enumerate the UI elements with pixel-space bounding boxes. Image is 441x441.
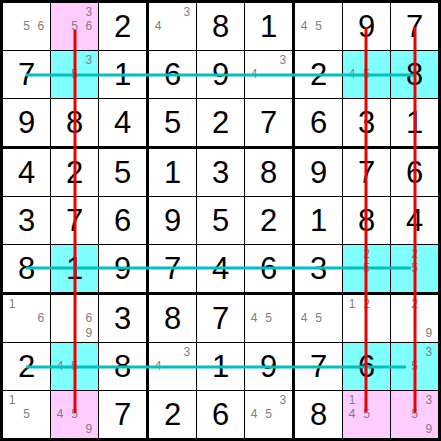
cell-r3c1[interactable]: 9 bbox=[3, 99, 50, 146]
cell-value: 5 bbox=[164, 107, 181, 138]
cell-r8c9[interactable]: 35 bbox=[391, 343, 438, 390]
cell-value: 3 bbox=[114, 303, 131, 334]
cell-r9c8[interactable]: 145 bbox=[343, 391, 390, 438]
candidate-digit: 6 bbox=[82, 311, 96, 325]
cell-value: 7 bbox=[66, 205, 83, 236]
candidate-digit bbox=[393, 247, 407, 261]
candidate-digit bbox=[53, 374, 67, 388]
cell-value: 8 bbox=[212, 11, 229, 42]
candidate-digit: 5 bbox=[407, 359, 421, 373]
cell-value: 3 bbox=[358, 107, 375, 138]
candidate-digit bbox=[82, 34, 96, 48]
cell-r1c4[interactable]: 34 bbox=[149, 3, 196, 50]
candidate-digit bbox=[345, 276, 359, 290]
candidate-digit bbox=[5, 19, 19, 33]
cell-r6c6[interactable]: 6 bbox=[245, 245, 292, 292]
candidate-grid: 25 bbox=[343, 245, 390, 292]
candidate-digit bbox=[359, 393, 373, 407]
cell-value: 1 bbox=[310, 205, 327, 236]
candidate-grid: 345 bbox=[245, 391, 292, 438]
candidate-digit bbox=[345, 261, 359, 275]
cell-r5c1[interactable]: 3 bbox=[3, 197, 50, 244]
cell-value: 2 bbox=[114, 11, 131, 42]
candidate-grid: 359 bbox=[391, 391, 438, 438]
candidate-digit bbox=[422, 297, 436, 311]
candidate-digit bbox=[5, 34, 19, 48]
cell-r9c7[interactable]: 8 bbox=[295, 391, 342, 438]
candidate-digit bbox=[34, 422, 48, 436]
candidate-digit: 4 bbox=[247, 311, 261, 325]
cell-r3c4[interactable]: 5 bbox=[149, 99, 196, 146]
candidate-digit bbox=[407, 276, 421, 290]
candidate-digit bbox=[345, 247, 359, 261]
candidate-digit: 5 bbox=[359, 407, 373, 421]
candidate-digit bbox=[276, 67, 290, 81]
cell-r1c7[interactable]: 45 bbox=[295, 3, 342, 50]
candidate-digit bbox=[82, 345, 96, 359]
candidate-digit bbox=[5, 311, 19, 325]
candidate-digit: 4 bbox=[53, 407, 67, 421]
cell-value: 5 bbox=[212, 205, 229, 236]
candidate-digit bbox=[165, 374, 179, 388]
candidate-digit bbox=[326, 311, 340, 325]
candidate-digit bbox=[180, 34, 194, 48]
cell-value: 8 bbox=[358, 205, 375, 236]
cell-value: 6 bbox=[310, 107, 327, 138]
candidate-digit bbox=[180, 359, 194, 373]
candidate-digit bbox=[393, 374, 407, 388]
cell-r1c6[interactable]: 1 bbox=[245, 3, 292, 50]
candidate-digit bbox=[67, 34, 81, 48]
candidate-digit bbox=[326, 326, 340, 340]
candidate-digit: 5 bbox=[261, 407, 275, 421]
cell-r6c9[interactable]: 25 bbox=[391, 245, 438, 292]
cell-value: 6 bbox=[212, 399, 229, 430]
cell-r1c9[interactable]: 7 bbox=[391, 3, 438, 50]
candidate-digit bbox=[359, 276, 373, 290]
candidate-digit bbox=[326, 34, 340, 48]
candidate-digit bbox=[359, 53, 373, 67]
cell-r1c3[interactable]: 2 bbox=[99, 3, 146, 50]
cell-r8c6[interactable]: 9 bbox=[245, 343, 292, 390]
candidate-digit bbox=[19, 422, 33, 436]
cell-r4c8[interactable]: 7 bbox=[343, 149, 390, 196]
cell-r7c6[interactable]: 45 bbox=[245, 295, 292, 342]
candidate-digit bbox=[53, 5, 67, 19]
candidate-digit: 3 bbox=[276, 53, 290, 67]
candidate-digit: 6 bbox=[82, 19, 96, 33]
candidate-digit bbox=[53, 326, 67, 340]
cell-value: 8 bbox=[66, 107, 83, 138]
cell-r4c1[interactable]: 4 bbox=[3, 149, 50, 196]
candidate-digit bbox=[407, 374, 421, 388]
candidate-digit: 2 bbox=[359, 247, 373, 261]
cell-r6c5[interactable]: 4 bbox=[197, 245, 244, 292]
candidate-grid: 69 bbox=[51, 295, 98, 342]
candidate-digit bbox=[261, 53, 275, 67]
candidate-digit bbox=[297, 5, 311, 19]
candidate-digit bbox=[34, 326, 48, 340]
candidate-digit bbox=[374, 393, 388, 407]
cell-r5c9[interactable]: 4 bbox=[391, 197, 438, 244]
cell-r9c5[interactable]: 6 bbox=[197, 391, 244, 438]
cell-r1c1[interactable]: 56 bbox=[3, 3, 50, 50]
cell-value: 7 bbox=[114, 399, 131, 430]
cell-r5c5[interactable]: 5 bbox=[197, 197, 244, 244]
candidate-digit bbox=[82, 297, 96, 311]
cell-r2c5[interactable]: 9 bbox=[197, 51, 244, 98]
candidate-digit: 6 bbox=[34, 311, 48, 325]
candidate-digit bbox=[422, 374, 436, 388]
candidate-digit bbox=[53, 297, 67, 311]
cell-value: 4 bbox=[18, 157, 35, 188]
cell-r9c6[interactable]: 345 bbox=[245, 391, 292, 438]
candidate-digit: 1 bbox=[5, 297, 19, 311]
candidate-digit: 1 bbox=[345, 393, 359, 407]
cell-r4c6[interactable]: 8 bbox=[245, 149, 292, 196]
cell-r5c6[interactable]: 2 bbox=[245, 197, 292, 244]
candidate-digit bbox=[165, 34, 179, 48]
candidate-digit bbox=[374, 297, 388, 311]
cell-r4c4[interactable]: 1 bbox=[149, 149, 196, 196]
cell-r9c1[interactable]: 15 bbox=[3, 391, 50, 438]
cell-value: 9 bbox=[310, 157, 327, 188]
candidate-grid: 35 bbox=[391, 343, 438, 390]
candidate-digit: 4 bbox=[297, 311, 311, 325]
cell-value: 1 bbox=[406, 107, 423, 138]
cell-r7c9[interactable]: 29 bbox=[391, 295, 438, 342]
candidate-digit bbox=[5, 326, 19, 340]
candidate-digit bbox=[247, 326, 261, 340]
candidate-digit bbox=[53, 67, 67, 81]
candidate-digit bbox=[151, 34, 165, 48]
candidate-digit bbox=[261, 82, 275, 96]
candidate-digit: 4 bbox=[297, 19, 311, 33]
candidate-grid: 15 bbox=[3, 391, 50, 438]
candidate-digit bbox=[67, 326, 81, 340]
candidate-grid: 459 bbox=[51, 391, 98, 438]
candidate-digit: 3 bbox=[180, 5, 194, 19]
cell-r4c5[interactable]: 3 bbox=[197, 149, 244, 196]
cell-value: 1 bbox=[260, 11, 277, 42]
candidate-digit bbox=[393, 345, 407, 359]
candidate-digit bbox=[67, 393, 81, 407]
candidate-digit bbox=[53, 311, 67, 325]
cell-r3c7[interactable]: 6 bbox=[295, 99, 342, 146]
cell-r2c7[interactable]: 2 bbox=[295, 51, 342, 98]
candidate-digit bbox=[82, 393, 96, 407]
candidate-digit bbox=[34, 407, 48, 421]
candidate-grid: 45 bbox=[343, 51, 390, 98]
candidate-digit bbox=[247, 393, 261, 407]
cell-value: 2 bbox=[66, 157, 83, 188]
cell-r8c1[interactable]: 2 bbox=[3, 343, 50, 390]
candidate-digit: 4 bbox=[345, 407, 359, 421]
candidate-digit bbox=[67, 82, 81, 96]
cell-r2c6[interactable]: 34 bbox=[245, 51, 292, 98]
candidate-digit bbox=[82, 82, 96, 96]
cell-r8c5[interactable]: 1 bbox=[197, 343, 244, 390]
candidate-grid: 12 bbox=[343, 295, 390, 342]
candidate-digit bbox=[422, 407, 436, 421]
candidate-digit bbox=[5, 407, 19, 421]
candidate-digit: 5 bbox=[311, 311, 325, 325]
candidate-digit: 5 bbox=[67, 359, 81, 373]
candidate-digit: 2 bbox=[407, 297, 421, 311]
candidate-grid: 25 bbox=[391, 245, 438, 292]
cell-r2c4[interactable]: 6 bbox=[149, 51, 196, 98]
candidate-digit: 9 bbox=[82, 422, 96, 436]
cell-r9c2[interactable]: 459 bbox=[51, 391, 98, 438]
cell-r4c7[interactable]: 9 bbox=[295, 149, 342, 196]
candidate-digit bbox=[67, 297, 81, 311]
cell-r1c2[interactable]: 356 bbox=[51, 3, 98, 50]
candidate-digit bbox=[165, 5, 179, 19]
cell-value: 9 bbox=[260, 351, 277, 382]
candidate-grid: 16 bbox=[3, 295, 50, 342]
candidate-digit bbox=[393, 311, 407, 325]
candidate-digit bbox=[82, 359, 96, 373]
candidate-digit bbox=[374, 67, 388, 81]
candidate-digit bbox=[151, 345, 165, 359]
candidate-grid: 45 bbox=[295, 295, 342, 342]
candidate-grid: 34 bbox=[245, 51, 292, 98]
candidate-digit: 4 bbox=[247, 407, 261, 421]
cell-value: 2 bbox=[310, 59, 327, 90]
candidate-digit bbox=[374, 82, 388, 96]
candidate-digit bbox=[247, 82, 261, 96]
candidate-digit: 4 bbox=[151, 359, 165, 373]
candidate-digit bbox=[151, 5, 165, 19]
candidate-digit bbox=[407, 311, 421, 325]
cell-r3c2[interactable]: 8 bbox=[51, 99, 98, 146]
candidate-grid: 56 bbox=[3, 3, 50, 50]
candidate-digit bbox=[34, 297, 48, 311]
cell-r3c5[interactable]: 2 bbox=[197, 99, 244, 146]
candidate-digit bbox=[374, 261, 388, 275]
candidate-digit bbox=[67, 311, 81, 325]
cell-r8c7[interactable]: 7 bbox=[295, 343, 342, 390]
candidate-digit bbox=[82, 407, 96, 421]
cell-r4c3[interactable]: 5 bbox=[99, 149, 146, 196]
cell-r5c7[interactable]: 1 bbox=[295, 197, 342, 244]
candidate-digit bbox=[247, 422, 261, 436]
cell-r5c4[interactable]: 9 bbox=[149, 197, 196, 244]
candidate-digit bbox=[359, 311, 373, 325]
cell-r2c9[interactable]: 8 bbox=[391, 51, 438, 98]
cell-r7c5[interactable]: 7 bbox=[197, 295, 244, 342]
candidate-digit bbox=[311, 326, 325, 340]
cell-r2c8[interactable]: 45 bbox=[343, 51, 390, 98]
cell-value: 6 bbox=[260, 253, 277, 284]
candidate-digit bbox=[67, 5, 81, 19]
candidate-digit bbox=[34, 5, 48, 19]
candidate-digit: 9 bbox=[422, 326, 436, 340]
candidate-digit bbox=[326, 5, 340, 19]
candidate-grid: 45 bbox=[295, 3, 342, 50]
cell-r9c9[interactable]: 359 bbox=[391, 391, 438, 438]
cell-r6c7[interactable]: 3 bbox=[295, 245, 342, 292]
candidate-digit: 3 bbox=[82, 5, 96, 19]
candidate-digit bbox=[53, 422, 67, 436]
candidate-digit: 1 bbox=[345, 297, 359, 311]
candidate-digit bbox=[297, 297, 311, 311]
cell-r6c2[interactable]: 1 bbox=[51, 245, 98, 292]
candidate-digit bbox=[19, 326, 33, 340]
candidate-digit bbox=[34, 393, 48, 407]
cell-value: 7 bbox=[310, 351, 327, 382]
cell-r6c1[interactable]: 8 bbox=[3, 245, 50, 292]
candidate-digit bbox=[345, 311, 359, 325]
candidate-digit bbox=[393, 359, 407, 373]
cell-value: 1 bbox=[212, 351, 229, 382]
candidate-digit bbox=[5, 5, 19, 19]
candidate-digit: 5 bbox=[407, 407, 421, 421]
cell-r7c1[interactable]: 16 bbox=[3, 295, 50, 342]
candidate-digit bbox=[53, 393, 67, 407]
cell-r7c2[interactable]: 69 bbox=[51, 295, 98, 342]
cell-r8c2[interactable]: 45 bbox=[51, 343, 98, 390]
candidate-grid: 29 bbox=[391, 295, 438, 342]
candidate-digit bbox=[422, 311, 436, 325]
cell-r2c1[interactable]: 7 bbox=[3, 51, 50, 98]
cell-r9c3[interactable]: 7 bbox=[99, 391, 146, 438]
candidate-grid: 45 bbox=[51, 343, 98, 390]
cell-value: 1 bbox=[164, 157, 181, 188]
cell-r7c3[interactable]: 3 bbox=[99, 295, 146, 342]
candidate-digit: 5 bbox=[407, 261, 421, 275]
candidate-digit bbox=[422, 247, 436, 261]
candidate-digit bbox=[311, 34, 325, 48]
candidate-digit: 5 bbox=[67, 67, 81, 81]
candidate-digit bbox=[261, 67, 275, 81]
candidate-digit bbox=[374, 247, 388, 261]
cell-value: 7 bbox=[358, 157, 375, 188]
cell-r2c3[interactable]: 1 bbox=[99, 51, 146, 98]
cell-r9c4[interactable]: 2 bbox=[149, 391, 196, 438]
candidate-digit bbox=[374, 276, 388, 290]
cell-r1c5[interactable]: 8 bbox=[197, 3, 244, 50]
candidate-digit bbox=[374, 422, 388, 436]
candidate-digit: 3 bbox=[276, 393, 290, 407]
candidate-digit: 5 bbox=[311, 19, 325, 33]
cell-r4c9[interactable]: 6 bbox=[391, 149, 438, 196]
cell-r8c3[interactable]: 8 bbox=[99, 343, 146, 390]
candidate-digit bbox=[19, 34, 33, 48]
cell-value: 5 bbox=[114, 157, 131, 188]
candidate-digit: 2 bbox=[359, 297, 373, 311]
candidate-digit: 5 bbox=[359, 261, 373, 275]
candidate-digit bbox=[82, 67, 96, 81]
candidate-digit bbox=[53, 19, 67, 33]
candidate-digit: 3 bbox=[422, 393, 436, 407]
sudoku-board: 5635623481459773516934245898452763142513… bbox=[0, 0, 441, 441]
candidate-digit bbox=[19, 393, 33, 407]
candidate-digit bbox=[53, 34, 67, 48]
cell-r7c7[interactable]: 45 bbox=[295, 295, 342, 342]
cell-r8c4[interactable]: 34 bbox=[149, 343, 196, 390]
cell-r3c3[interactable]: 4 bbox=[99, 99, 146, 146]
cell-r7c4[interactable]: 8 bbox=[149, 295, 196, 342]
candidate-digit bbox=[374, 407, 388, 421]
candidate-digit bbox=[247, 297, 261, 311]
cell-r7c8[interactable]: 12 bbox=[343, 295, 390, 342]
candidate-digit bbox=[393, 422, 407, 436]
candidate-digit bbox=[359, 422, 373, 436]
cell-value: 3 bbox=[212, 157, 229, 188]
cell-r5c8[interactable]: 8 bbox=[343, 197, 390, 244]
cell-r4c2[interactable]: 2 bbox=[51, 149, 98, 196]
candidate-digit bbox=[53, 82, 67, 96]
candidate-digit bbox=[393, 297, 407, 311]
candidate-digit bbox=[67, 53, 81, 67]
cell-value: 2 bbox=[164, 399, 181, 430]
cell-value: 4 bbox=[212, 253, 229, 284]
cell-r6c4[interactable]: 7 bbox=[149, 245, 196, 292]
cell-value: 9 bbox=[114, 253, 131, 284]
candidate-digit bbox=[247, 53, 261, 67]
cell-value: 7 bbox=[18, 59, 35, 90]
candidate-digit bbox=[261, 393, 275, 407]
candidate-digit bbox=[276, 311, 290, 325]
cell-value: 1 bbox=[114, 59, 131, 90]
candidate-digit bbox=[374, 53, 388, 67]
candidate-digit bbox=[67, 345, 81, 359]
cell-value: 8 bbox=[18, 253, 35, 284]
candidate-digit bbox=[345, 422, 359, 436]
candidate-digit bbox=[82, 374, 96, 388]
candidate-grid: 356 bbox=[51, 3, 98, 50]
candidate-digit bbox=[407, 345, 421, 359]
candidate-digit bbox=[165, 19, 179, 33]
cell-r6c8[interactable]: 25 bbox=[343, 245, 390, 292]
candidate-digit bbox=[67, 374, 81, 388]
candidate-digit: 5 bbox=[67, 407, 81, 421]
candidate-digit bbox=[151, 374, 165, 388]
candidate-digit: 3 bbox=[422, 345, 436, 359]
candidate-grid: 145 bbox=[343, 391, 390, 438]
candidate-digit bbox=[297, 326, 311, 340]
cell-r3c8[interactable]: 3 bbox=[343, 99, 390, 146]
candidate-digit bbox=[67, 422, 81, 436]
cell-value: 3 bbox=[310, 253, 327, 284]
cell-r8c8[interactable]: 6 bbox=[343, 343, 390, 390]
candidate-digit bbox=[276, 326, 290, 340]
cell-r2c2[interactable]: 35 bbox=[51, 51, 98, 98]
candidate-digit bbox=[276, 82, 290, 96]
candidate-digit bbox=[261, 326, 275, 340]
cell-r5c3[interactable]: 6 bbox=[99, 197, 146, 244]
cell-r3c6[interactable]: 7 bbox=[245, 99, 292, 146]
cell-r3c9[interactable]: 1 bbox=[391, 99, 438, 146]
cell-value: 9 bbox=[164, 205, 181, 236]
candidate-digit bbox=[326, 19, 340, 33]
cell-r5c2[interactable]: 7 bbox=[51, 197, 98, 244]
candidate-digit bbox=[311, 297, 325, 311]
cell-value: 6 bbox=[406, 157, 423, 188]
candidate-digit: 1 bbox=[5, 393, 19, 407]
candidate-digit: 5 bbox=[67, 19, 81, 33]
candidate-digit bbox=[422, 359, 436, 373]
candidate-digit bbox=[407, 393, 421, 407]
cell-value: 1 bbox=[66, 253, 83, 284]
cell-value: 9 bbox=[358, 11, 375, 42]
candidate-digit: 6 bbox=[34, 19, 48, 33]
cell-r6c3[interactable]: 9 bbox=[99, 245, 146, 292]
cell-r1c8[interactable]: 9 bbox=[343, 3, 390, 50]
cell-value: 9 bbox=[18, 107, 35, 138]
candidate-digit: 5 bbox=[19, 19, 33, 33]
